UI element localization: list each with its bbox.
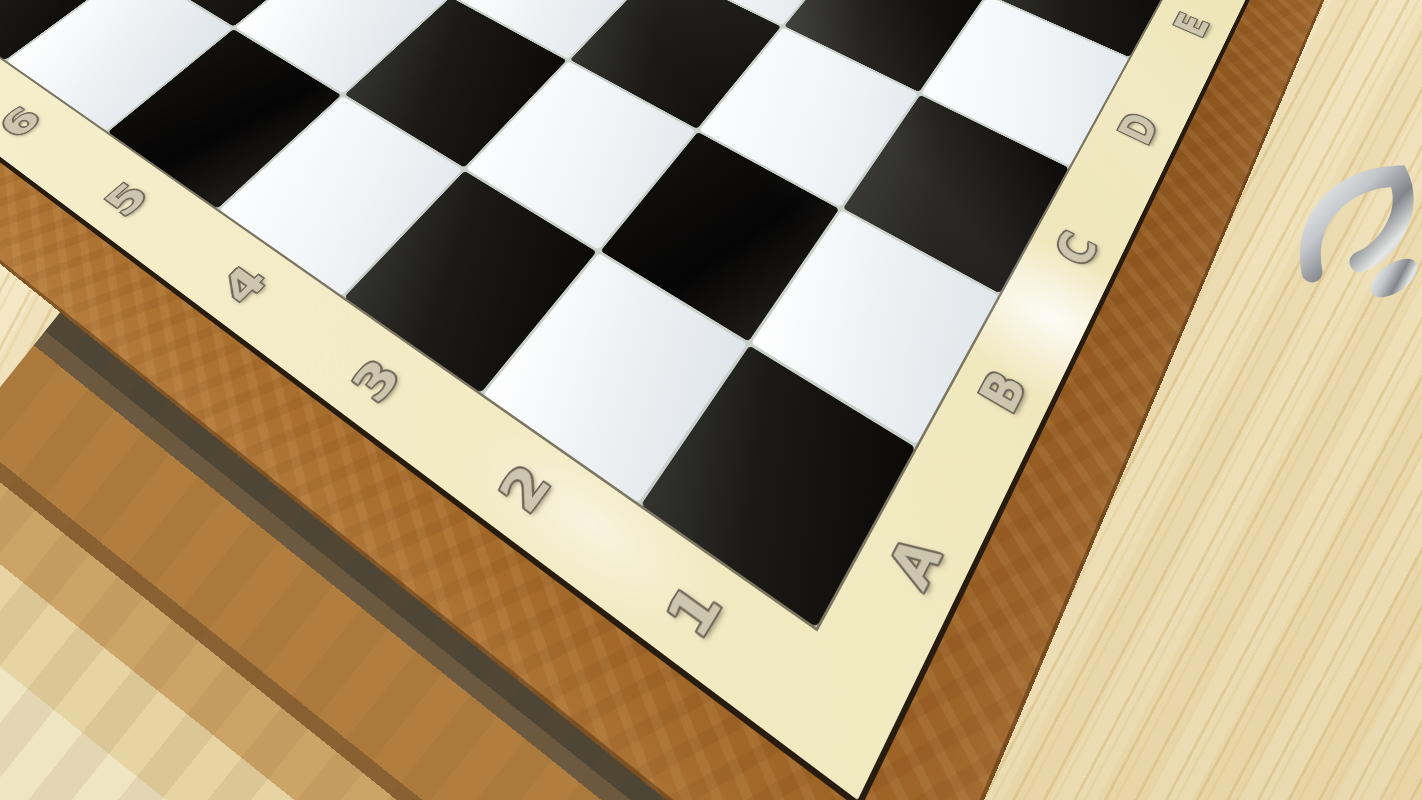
latch-icon (1298, 150, 1422, 320)
photo-scene: 12345678ABCDEFGH (0, 0, 1422, 800)
